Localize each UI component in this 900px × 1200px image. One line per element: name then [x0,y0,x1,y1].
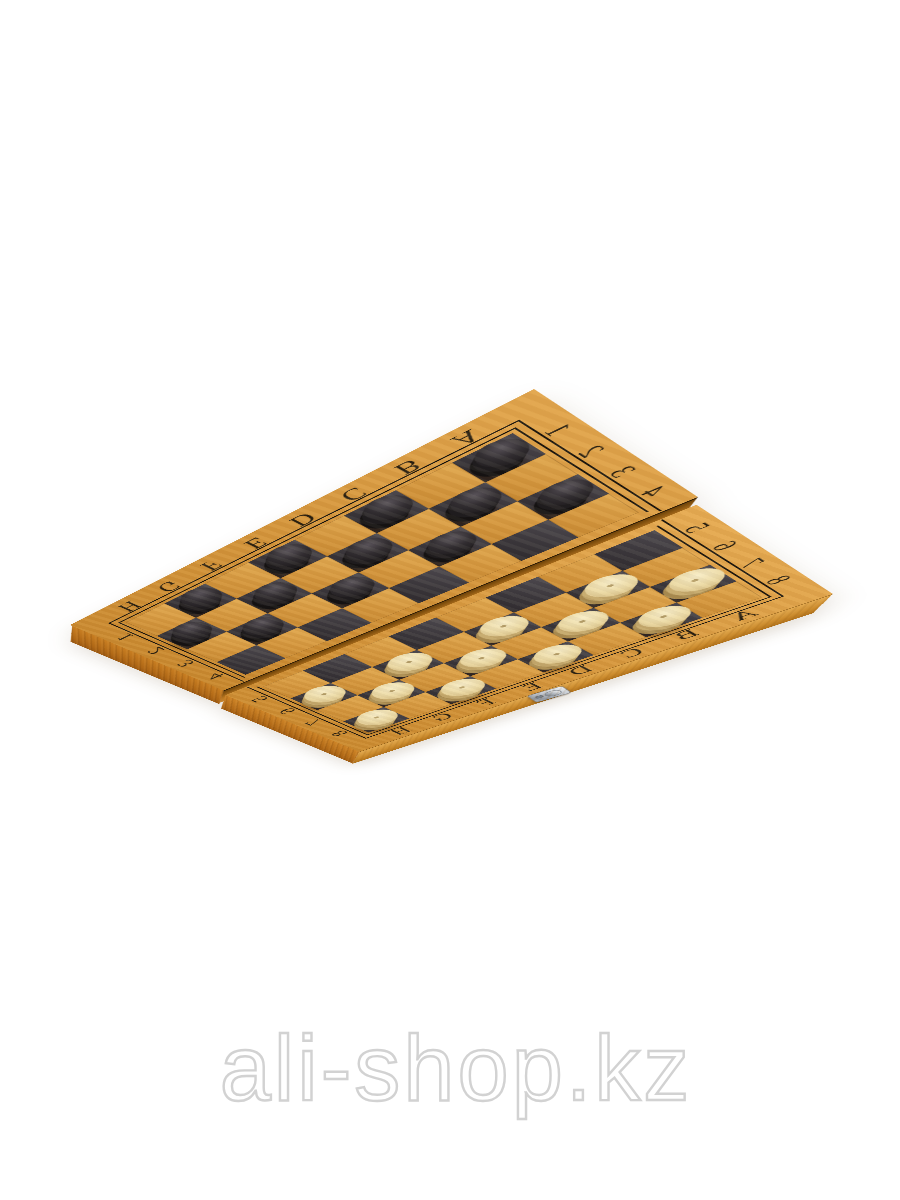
watermark: ali-shop.kz [220,1016,693,1121]
product-photo-scene: ABCDEFGH11223344 ABCDEFGH55667788 ali-sh… [0,0,900,1200]
folding-checkers-board: ABCDEFGH11223344 ABCDEFGH55667788 [70,389,841,750]
